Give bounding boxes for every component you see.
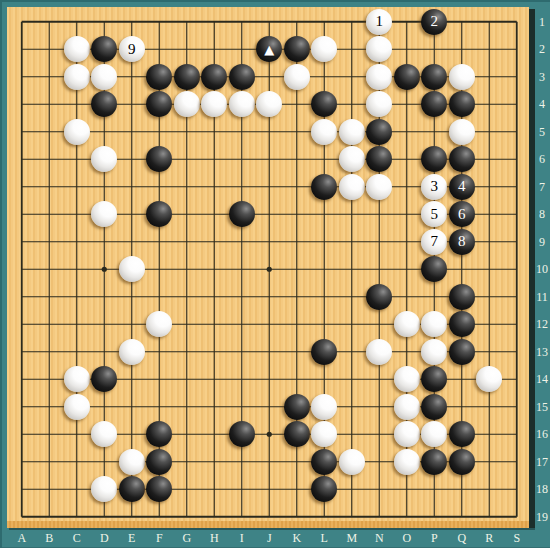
intersection-L15[interactable]	[311, 393, 339, 421]
intersection-G12[interactable]	[173, 311, 201, 339]
intersection-J19[interactable]	[256, 503, 284, 531]
intersection-Q12[interactable]	[448, 311, 476, 339]
intersection-K10[interactable]	[283, 256, 311, 284]
intersection-J8[interactable]	[256, 201, 284, 229]
intersection-D2[interactable]	[91, 36, 119, 64]
intersection-H9[interactable]	[201, 228, 229, 256]
intersection-B7[interactable]	[36, 173, 64, 201]
intersection-I18[interactable]	[228, 476, 256, 504]
intersection-E6[interactable]	[118, 146, 146, 174]
intersection-K5[interactable]	[283, 118, 311, 146]
intersection-R18[interactable]	[476, 476, 504, 504]
intersection-D16[interactable]	[91, 421, 119, 449]
intersection-N3[interactable]	[366, 63, 394, 91]
intersection-P19[interactable]	[421, 503, 449, 531]
intersection-A3[interactable]	[8, 63, 36, 91]
intersection-R11[interactable]	[476, 283, 504, 311]
intersection-G4[interactable]	[173, 91, 201, 119]
intersection-R8[interactable]	[476, 201, 504, 229]
intersection-J17[interactable]	[256, 448, 284, 476]
intersection-L9[interactable]	[311, 228, 339, 256]
intersection-B14[interactable]	[36, 366, 64, 394]
intersection-K1[interactable]	[283, 8, 311, 36]
intersection-Q2[interactable]	[448, 36, 476, 64]
intersection-E2[interactable]: 9	[118, 36, 146, 64]
intersection-P14[interactable]	[421, 366, 449, 394]
intersection-Q15[interactable]	[448, 393, 476, 421]
intersection-S7[interactable]	[503, 173, 531, 201]
intersection-B16[interactable]	[36, 421, 64, 449]
intersection-H10[interactable]	[201, 256, 229, 284]
intersection-J1[interactable]	[256, 8, 284, 36]
intersection-F3[interactable]	[146, 63, 174, 91]
intersection-M2[interactable]	[338, 36, 366, 64]
intersection-S6[interactable]	[503, 146, 531, 174]
intersection-M16[interactable]	[338, 421, 366, 449]
intersection-O17[interactable]	[393, 448, 421, 476]
intersection-L6[interactable]	[311, 146, 339, 174]
intersection-Q11[interactable]	[448, 283, 476, 311]
intersection-K12[interactable]	[283, 311, 311, 339]
intersection-L2[interactable]	[311, 36, 339, 64]
intersection-D3[interactable]	[91, 63, 119, 91]
intersection-O4[interactable]	[393, 91, 421, 119]
intersection-H7[interactable]	[201, 173, 229, 201]
intersection-P17[interactable]	[421, 448, 449, 476]
intersection-B9[interactable]	[36, 228, 64, 256]
intersection-J15[interactable]	[256, 393, 284, 421]
intersection-O16[interactable]	[393, 421, 421, 449]
intersection-N11[interactable]	[366, 283, 394, 311]
intersection-F11[interactable]	[146, 283, 174, 311]
intersection-M5[interactable]	[338, 118, 366, 146]
intersection-O12[interactable]	[393, 311, 421, 339]
intersection-N1[interactable]: 1	[366, 8, 394, 36]
intersection-E17[interactable]	[118, 448, 146, 476]
intersection-S13[interactable]	[503, 338, 531, 366]
intersection-F13[interactable]	[146, 338, 174, 366]
intersection-C13[interactable]	[63, 338, 91, 366]
intersection-P9[interactable]: 7	[421, 228, 449, 256]
intersection-G3[interactable]	[173, 63, 201, 91]
intersection-J11[interactable]	[256, 283, 284, 311]
intersection-L12[interactable]	[311, 311, 339, 339]
intersection-C2[interactable]	[63, 36, 91, 64]
intersection-L18[interactable]	[311, 476, 339, 504]
intersection-P1[interactable]: 2	[421, 8, 449, 36]
intersection-Q16[interactable]	[448, 421, 476, 449]
intersection-I14[interactable]	[228, 366, 256, 394]
intersection-F2[interactable]	[146, 36, 174, 64]
intersection-I1[interactable]	[228, 8, 256, 36]
intersection-D14[interactable]	[91, 366, 119, 394]
intersection-R5[interactable]	[476, 118, 504, 146]
intersection-J5[interactable]	[256, 118, 284, 146]
intersection-O2[interactable]	[393, 36, 421, 64]
intersection-H19[interactable]	[201, 503, 229, 531]
intersection-R19[interactable]	[476, 503, 504, 531]
intersection-E1[interactable]	[118, 8, 146, 36]
intersection-C14[interactable]	[63, 366, 91, 394]
intersection-D6[interactable]	[91, 146, 119, 174]
intersection-M14[interactable]	[338, 366, 366, 394]
intersection-G10[interactable]	[173, 256, 201, 284]
intersection-B17[interactable]	[36, 448, 64, 476]
intersection-S16[interactable]	[503, 421, 531, 449]
intersection-B13[interactable]	[36, 338, 64, 366]
intersection-L16[interactable]	[311, 421, 339, 449]
intersection-J10[interactable]	[256, 256, 284, 284]
intersection-D8[interactable]	[91, 201, 119, 229]
intersection-S4[interactable]	[503, 91, 531, 119]
intersection-D15[interactable]	[91, 393, 119, 421]
intersection-H18[interactable]	[201, 476, 229, 504]
intersection-L14[interactable]	[311, 366, 339, 394]
intersection-C15[interactable]	[63, 393, 91, 421]
intersection-O13[interactable]	[393, 338, 421, 366]
intersection-G8[interactable]	[173, 201, 201, 229]
intersection-M13[interactable]	[338, 338, 366, 366]
intersection-F6[interactable]	[146, 146, 174, 174]
intersection-I2[interactable]	[228, 36, 256, 64]
intersection-E3[interactable]	[118, 63, 146, 91]
intersection-I17[interactable]	[228, 448, 256, 476]
intersection-A2[interactable]	[8, 36, 36, 64]
intersection-N10[interactable]	[366, 256, 394, 284]
intersection-E10[interactable]	[118, 256, 146, 284]
intersection-S3[interactable]	[503, 63, 531, 91]
intersection-G16[interactable]	[173, 421, 201, 449]
intersection-E14[interactable]	[118, 366, 146, 394]
intersection-N4[interactable]	[366, 91, 394, 119]
intersection-F5[interactable]	[146, 118, 174, 146]
intersection-K8[interactable]	[283, 201, 311, 229]
intersection-A7[interactable]	[8, 173, 36, 201]
intersection-C16[interactable]	[63, 421, 91, 449]
intersection-B12[interactable]	[36, 311, 64, 339]
intersection-K18[interactable]	[283, 476, 311, 504]
intersection-Q1[interactable]	[448, 8, 476, 36]
intersection-F12[interactable]	[146, 311, 174, 339]
intersection-M1[interactable]	[338, 8, 366, 36]
intersection-H4[interactable]	[201, 91, 229, 119]
intersection-F14[interactable]	[146, 366, 174, 394]
intersection-P5[interactable]	[421, 118, 449, 146]
intersection-N17[interactable]	[366, 448, 394, 476]
intersection-D1[interactable]	[91, 8, 119, 36]
intersection-S8[interactable]	[503, 201, 531, 229]
intersection-I6[interactable]	[228, 146, 256, 174]
intersection-I9[interactable]	[228, 228, 256, 256]
intersection-B6[interactable]	[36, 146, 64, 174]
intersection-L8[interactable]	[311, 201, 339, 229]
intersection-R15[interactable]	[476, 393, 504, 421]
intersection-N16[interactable]	[366, 421, 394, 449]
intersection-M4[interactable]	[338, 91, 366, 119]
intersection-I15[interactable]	[228, 393, 256, 421]
intersection-A10[interactable]	[8, 256, 36, 284]
intersection-N12[interactable]	[366, 311, 394, 339]
intersection-E7[interactable]	[118, 173, 146, 201]
intersection-I11[interactable]	[228, 283, 256, 311]
intersection-L11[interactable]	[311, 283, 339, 311]
intersection-J12[interactable]	[256, 311, 284, 339]
intersection-G5[interactable]	[173, 118, 201, 146]
intersection-B10[interactable]	[36, 256, 64, 284]
intersection-M10[interactable]	[338, 256, 366, 284]
intersection-N8[interactable]	[366, 201, 394, 229]
intersection-K16[interactable]	[283, 421, 311, 449]
intersection-O15[interactable]	[393, 393, 421, 421]
intersection-O5[interactable]	[393, 118, 421, 146]
intersection-P8[interactable]: 5	[421, 201, 449, 229]
intersection-A5[interactable]	[8, 118, 36, 146]
intersection-M19[interactable]	[338, 503, 366, 531]
intersection-C19[interactable]	[63, 503, 91, 531]
intersection-E5[interactable]	[118, 118, 146, 146]
intersection-K15[interactable]	[283, 393, 311, 421]
intersection-M11[interactable]	[338, 283, 366, 311]
intersection-N18[interactable]	[366, 476, 394, 504]
intersection-B4[interactable]	[36, 91, 64, 119]
intersection-A9[interactable]	[8, 228, 36, 256]
intersection-J3[interactable]	[256, 63, 284, 91]
intersection-F9[interactable]	[146, 228, 174, 256]
intersection-R2[interactable]	[476, 36, 504, 64]
intersection-H8[interactable]	[201, 201, 229, 229]
intersection-D4[interactable]	[91, 91, 119, 119]
intersection-E13[interactable]	[118, 338, 146, 366]
intersection-D17[interactable]	[91, 448, 119, 476]
intersection-R3[interactable]	[476, 63, 504, 91]
intersection-H13[interactable]	[201, 338, 229, 366]
intersection-Q14[interactable]	[448, 366, 476, 394]
intersection-F7[interactable]	[146, 173, 174, 201]
intersection-N15[interactable]	[366, 393, 394, 421]
intersection-S19[interactable]	[503, 503, 531, 531]
intersection-H17[interactable]	[201, 448, 229, 476]
intersection-F8[interactable]	[146, 201, 174, 229]
intersection-D10[interactable]	[91, 256, 119, 284]
intersection-M9[interactable]	[338, 228, 366, 256]
intersection-J6[interactable]	[256, 146, 284, 174]
intersection-Q19[interactable]	[448, 503, 476, 531]
intersection-O8[interactable]	[393, 201, 421, 229]
intersection-J14[interactable]	[256, 366, 284, 394]
intersection-E19[interactable]	[118, 503, 146, 531]
intersection-I10[interactable]	[228, 256, 256, 284]
intersection-C7[interactable]	[63, 173, 91, 201]
intersection-Q18[interactable]	[448, 476, 476, 504]
intersection-B8[interactable]	[36, 201, 64, 229]
intersection-E8[interactable]	[118, 201, 146, 229]
intersection-H11[interactable]	[201, 283, 229, 311]
intersection-C6[interactable]	[63, 146, 91, 174]
intersection-H16[interactable]	[201, 421, 229, 449]
intersection-I16[interactable]	[228, 421, 256, 449]
intersection-K3[interactable]	[283, 63, 311, 91]
intersection-J13[interactable]	[256, 338, 284, 366]
intersection-S11[interactable]	[503, 283, 531, 311]
intersection-N9[interactable]	[366, 228, 394, 256]
intersection-S1[interactable]	[503, 8, 531, 36]
intersection-A18[interactable]	[8, 476, 36, 504]
intersection-I19[interactable]	[228, 503, 256, 531]
intersection-R4[interactable]	[476, 91, 504, 119]
intersection-I12[interactable]	[228, 311, 256, 339]
intersection-R12[interactable]	[476, 311, 504, 339]
intersection-P2[interactable]	[421, 36, 449, 64]
intersection-L7[interactable]	[311, 173, 339, 201]
intersection-Q8[interactable]: 6	[448, 201, 476, 229]
intersection-R6[interactable]	[476, 146, 504, 174]
intersection-P4[interactable]	[421, 91, 449, 119]
intersection-P6[interactable]	[421, 146, 449, 174]
intersection-E18[interactable]	[118, 476, 146, 504]
intersection-H5[interactable]	[201, 118, 229, 146]
intersection-G15[interactable]	[173, 393, 201, 421]
intersection-H6[interactable]	[201, 146, 229, 174]
intersection-F19[interactable]	[146, 503, 174, 531]
intersection-S14[interactable]	[503, 366, 531, 394]
intersection-E15[interactable]	[118, 393, 146, 421]
intersection-K4[interactable]	[283, 91, 311, 119]
intersection-Q6[interactable]	[448, 146, 476, 174]
intersection-F10[interactable]	[146, 256, 174, 284]
intersection-O18[interactable]	[393, 476, 421, 504]
intersection-P13[interactable]	[421, 338, 449, 366]
intersection-L5[interactable]	[311, 118, 339, 146]
intersection-O10[interactable]	[393, 256, 421, 284]
intersection-S9[interactable]	[503, 228, 531, 256]
intersection-K13[interactable]	[283, 338, 311, 366]
intersection-P7[interactable]: 3	[421, 173, 449, 201]
intersection-P10[interactable]	[421, 256, 449, 284]
intersection-K9[interactable]	[283, 228, 311, 256]
intersection-A11[interactable]	[8, 283, 36, 311]
intersection-G18[interactable]	[173, 476, 201, 504]
intersection-H1[interactable]	[201, 8, 229, 36]
intersection-C5[interactable]	[63, 118, 91, 146]
intersection-B15[interactable]	[36, 393, 64, 421]
intersection-J4[interactable]	[256, 91, 284, 119]
intersection-O9[interactable]	[393, 228, 421, 256]
intersection-B11[interactable]	[36, 283, 64, 311]
intersection-B19[interactable]	[36, 503, 64, 531]
intersection-A15[interactable]	[8, 393, 36, 421]
intersection-K14[interactable]	[283, 366, 311, 394]
intersection-B2[interactable]	[36, 36, 64, 64]
intersection-C12[interactable]	[63, 311, 91, 339]
intersection-A13[interactable]	[8, 338, 36, 366]
intersection-B1[interactable]	[36, 8, 64, 36]
intersection-K17[interactable]	[283, 448, 311, 476]
intersection-R16[interactable]	[476, 421, 504, 449]
intersection-C10[interactable]	[63, 256, 91, 284]
intersection-J18[interactable]	[256, 476, 284, 504]
intersection-L19[interactable]	[311, 503, 339, 531]
intersection-A12[interactable]	[8, 311, 36, 339]
intersection-S17[interactable]	[503, 448, 531, 476]
intersection-B3[interactable]	[36, 63, 64, 91]
intersection-B5[interactable]	[36, 118, 64, 146]
intersection-G2[interactable]	[173, 36, 201, 64]
intersection-M17[interactable]	[338, 448, 366, 476]
intersection-F4[interactable]	[146, 91, 174, 119]
intersection-E11[interactable]	[118, 283, 146, 311]
intersection-R14[interactable]	[476, 366, 504, 394]
intersection-K7[interactable]	[283, 173, 311, 201]
intersection-M7[interactable]	[338, 173, 366, 201]
intersection-H12[interactable]	[201, 311, 229, 339]
intersection-N14[interactable]	[366, 366, 394, 394]
intersection-Q13[interactable]	[448, 338, 476, 366]
intersection-O3[interactable]	[393, 63, 421, 91]
intersection-B18[interactable]	[36, 476, 64, 504]
intersection-P12[interactable]	[421, 311, 449, 339]
intersection-R9[interactable]	[476, 228, 504, 256]
intersection-M12[interactable]	[338, 311, 366, 339]
intersection-D12[interactable]	[91, 311, 119, 339]
intersection-N7[interactable]	[366, 173, 394, 201]
intersection-K2[interactable]	[283, 36, 311, 64]
intersection-G13[interactable]	[173, 338, 201, 366]
intersection-A4[interactable]	[8, 91, 36, 119]
intersection-N6[interactable]	[366, 146, 394, 174]
intersection-A16[interactable]	[8, 421, 36, 449]
intersection-C1[interactable]	[63, 8, 91, 36]
intersection-P3[interactable]	[421, 63, 449, 91]
intersection-I3[interactable]	[228, 63, 256, 91]
intersection-I8[interactable]	[228, 201, 256, 229]
intersection-Q3[interactable]	[448, 63, 476, 91]
intersection-D13[interactable]	[91, 338, 119, 366]
intersection-D7[interactable]	[91, 173, 119, 201]
intersection-N5[interactable]	[366, 118, 394, 146]
intersection-I7[interactable]	[228, 173, 256, 201]
intersection-S2[interactable]	[503, 36, 531, 64]
intersection-P15[interactable]	[421, 393, 449, 421]
intersection-E4[interactable]	[118, 91, 146, 119]
intersection-J7[interactable]	[256, 173, 284, 201]
intersection-S5[interactable]	[503, 118, 531, 146]
intersection-Q10[interactable]	[448, 256, 476, 284]
intersection-D9[interactable]	[91, 228, 119, 256]
intersection-G19[interactable]	[173, 503, 201, 531]
intersection-J9[interactable]	[256, 228, 284, 256]
intersection-D19[interactable]	[91, 503, 119, 531]
intersection-A6[interactable]	[8, 146, 36, 174]
intersection-G7[interactable]	[173, 173, 201, 201]
intersection-S18[interactable]	[503, 476, 531, 504]
intersection-O14[interactable]	[393, 366, 421, 394]
intersection-H2[interactable]	[201, 36, 229, 64]
intersection-R13[interactable]	[476, 338, 504, 366]
intersection-G1[interactable]	[173, 8, 201, 36]
intersection-M15[interactable]	[338, 393, 366, 421]
intersection-L3[interactable]	[311, 63, 339, 91]
intersection-R10[interactable]	[476, 256, 504, 284]
intersection-C9[interactable]	[63, 228, 91, 256]
intersection-C3[interactable]	[63, 63, 91, 91]
intersection-H3[interactable]	[201, 63, 229, 91]
intersection-E12[interactable]	[118, 311, 146, 339]
intersection-J2[interactable]: ▲	[256, 36, 284, 64]
intersection-A19[interactable]	[8, 503, 36, 531]
intersection-P18[interactable]	[421, 476, 449, 504]
intersection-N2[interactable]	[366, 36, 394, 64]
intersection-Q5[interactable]	[448, 118, 476, 146]
